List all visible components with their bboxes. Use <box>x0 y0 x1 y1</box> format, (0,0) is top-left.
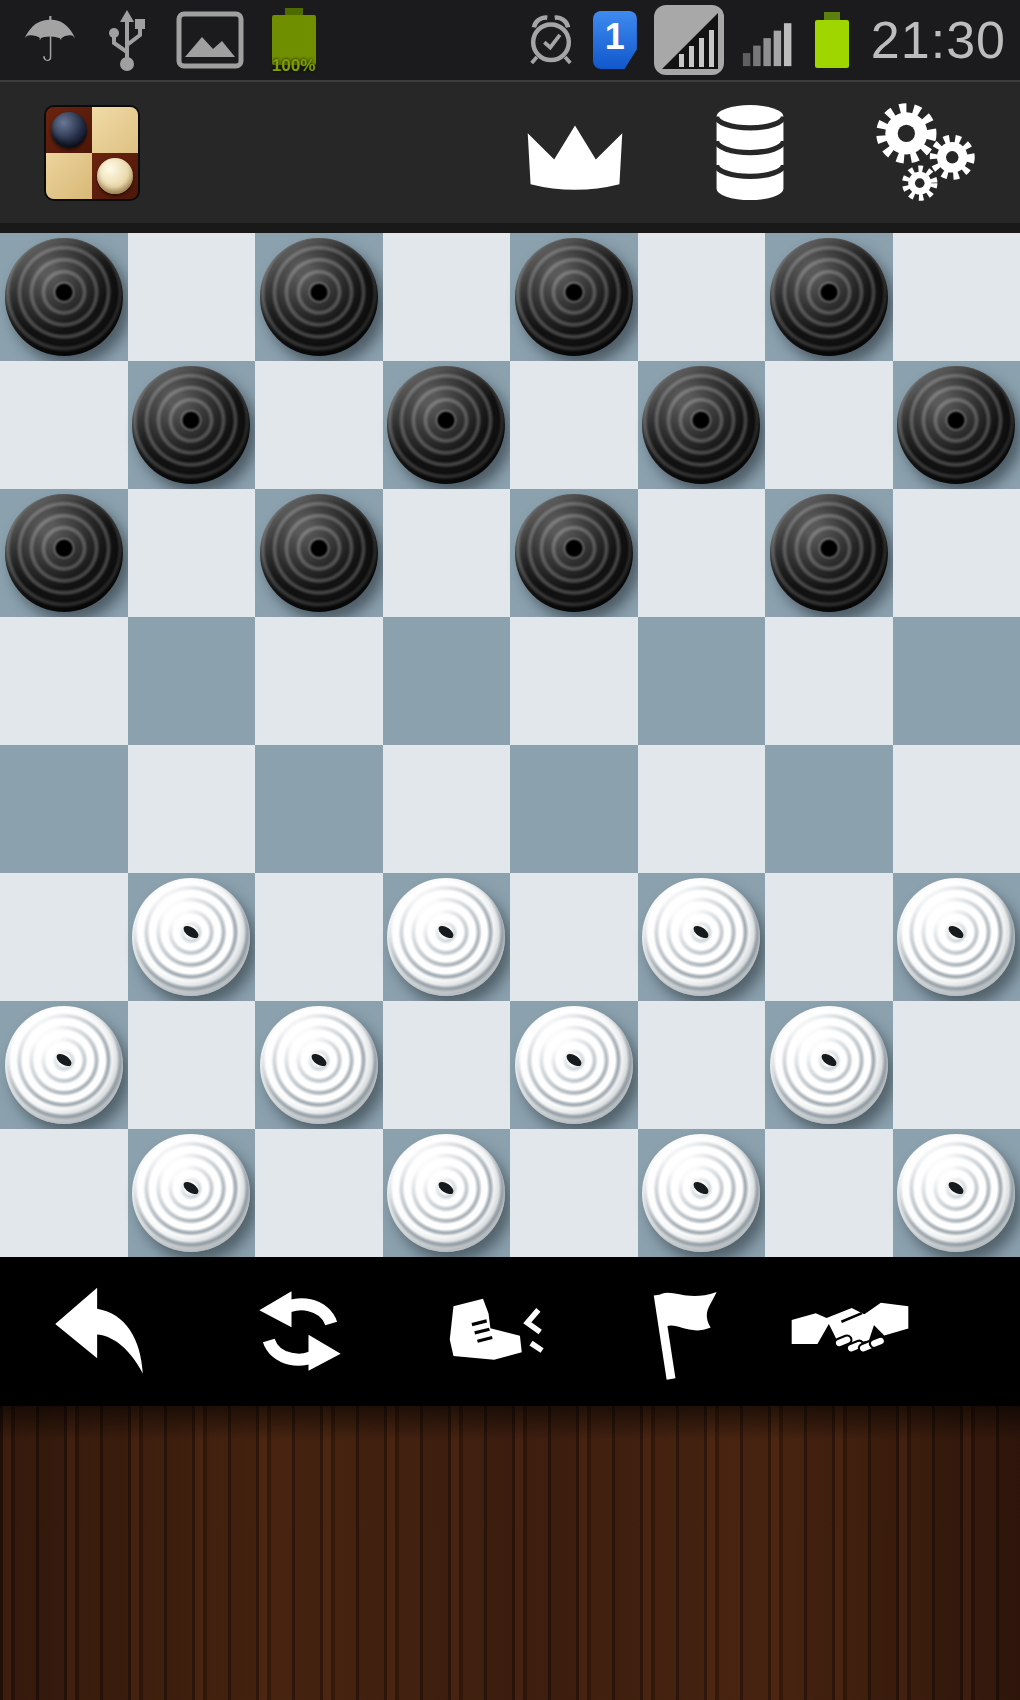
notification-badge-count: 1 <box>605 16 625 58</box>
usb-icon <box>104 8 150 72</box>
black-man-glyph: ⛂ <box>770 238 888 356</box>
offer-draw-button[interactable] <box>790 1272 910 1392</box>
new-game-button[interactable] <box>240 1272 360 1392</box>
white-piece[interactable]: ⛀ <box>770 1006 888 1124</box>
white-piece[interactable]: ⛀ <box>387 878 505 996</box>
flag-icon <box>625 1280 725 1384</box>
white-man-glyph: ⛀ <box>387 878 505 996</box>
board-square-r3c0[interactable] <box>0 617 128 745</box>
board-square-r0c5[interactable] <box>638 233 766 361</box>
black-man-glyph: ⛂ <box>5 238 123 356</box>
white-piece[interactable]: ⛀ <box>515 1006 633 1124</box>
board-square-r5c1[interactable]: ⛀ <box>128 873 256 1001</box>
kick-boot-icon <box>435 1284 555 1380</box>
undo-button[interactable] <box>40 1272 160 1392</box>
checkers-app-logo-icon[interactable] <box>44 105 140 201</box>
board-square-r1c7[interactable]: ⛂ <box>893 361 1020 489</box>
board-square-r5c7[interactable]: ⛀ <box>893 873 1020 1001</box>
board-square-r5c3[interactable]: ⛀ <box>383 873 511 1001</box>
board-square-r0c4[interactable]: ⛂ <box>510 233 638 361</box>
white-man-glyph: ⛀ <box>897 1134 1015 1252</box>
black-man-glyph: ⛂ <box>260 494 378 612</box>
board-square-r0c3[interactable] <box>383 233 511 361</box>
white-man-glyph: ⛀ <box>132 1134 250 1252</box>
black-man-glyph: ⛂ <box>5 494 123 612</box>
board-square-r5c4[interactable] <box>510 873 638 1001</box>
white-man-glyph: ⛀ <box>387 1134 505 1252</box>
board-square-r1c4[interactable] <box>510 361 638 489</box>
board-square-r3c5[interactable] <box>638 617 766 745</box>
black-man-glyph: ⛂ <box>515 494 633 612</box>
board-square-r2c7[interactable] <box>893 489 1020 617</box>
board-square-r3c7[interactable] <box>893 617 1020 745</box>
board-square-r2c0[interactable]: ⛂ <box>0 489 128 617</box>
board-square-r6c3[interactable] <box>383 1001 511 1129</box>
screen: ☂ 100% <box>0 0 1020 1700</box>
settings-button[interactable] <box>870 97 980 209</box>
white-piece[interactable]: ⛀ <box>642 1134 760 1252</box>
black-piece[interactable]: ⛂ <box>132 366 250 484</box>
white-piece[interactable]: ⛀ <box>642 878 760 996</box>
white-piece[interactable]: ⛀ <box>897 1134 1015 1252</box>
board-square-r7c7[interactable]: ⛀ <box>893 1129 1020 1257</box>
board-square-r6c7[interactable] <box>893 1001 1020 1129</box>
white-man-glyph: ⛀ <box>515 1006 633 1124</box>
white-piece[interactable]: ⛀ <box>132 1134 250 1252</box>
board-square-r0c6[interactable]: ⛂ <box>765 233 893 361</box>
crown-icon <box>523 110 627 196</box>
board-square-r4c7[interactable] <box>893 745 1020 873</box>
bottom-toolbar <box>0 1257 1020 1406</box>
battery-tip <box>285 8 303 15</box>
black-man-glyph: ⛂ <box>132 366 250 484</box>
board-square-r6c0[interactable]: ⛀ <box>0 1001 128 1129</box>
board-square-r2c2[interactable]: ⛂ <box>255 489 383 617</box>
board-square-r7c4[interactable] <box>510 1129 638 1257</box>
status-clock: 21:30 <box>871 10 1006 70</box>
board-square-r2c1[interactable] <box>128 489 256 617</box>
board-square-r0c1[interactable] <box>128 233 256 361</box>
board-square-r3c1[interactable] <box>128 617 256 745</box>
white-piece[interactable]: ⛀ <box>897 878 1015 996</box>
board-square-r2c5[interactable] <box>638 489 766 617</box>
board-square-r6c5[interactable] <box>638 1001 766 1129</box>
black-man-glyph: ⛂ <box>387 366 505 484</box>
white-man-glyph: ⛀ <box>260 1006 378 1124</box>
crown-button[interactable] <box>520 97 630 209</box>
board-square-r1c1[interactable]: ⛂ <box>128 361 256 489</box>
board-square-r3c4[interactable] <box>510 617 638 745</box>
black-piece[interactable]: ⛂ <box>897 366 1015 484</box>
battery-icon-body <box>815 20 849 68</box>
black-piece[interactable]: ⛂ <box>515 494 633 612</box>
board-square-r7c3[interactable]: ⛀ <box>383 1129 511 1257</box>
white-man-glyph: ⛀ <box>642 1134 760 1252</box>
black-piece[interactable]: ⛂ <box>515 238 633 356</box>
black-man-glyph: ⛂ <box>260 238 378 356</box>
board-square-r4c6[interactable] <box>765 745 893 873</box>
white-piece[interactable]: ⛀ <box>132 878 250 996</box>
board-square-r0c0[interactable]: ⛂ <box>0 233 128 361</box>
board-square-r5c5[interactable]: ⛀ <box>638 873 766 1001</box>
board-square-r6c1[interactable] <box>128 1001 256 1129</box>
board-square-r1c2[interactable] <box>255 361 383 489</box>
board: ⛂⛂⛂⛂⛂⛂⛂⛂⛂⛂⛂⛂⛀⛀⛀⛀⛀⛀⛀⛀⛀⛀⛀⛀ <box>0 233 1020 1257</box>
network-widget-icon <box>653 4 725 76</box>
board-square-r6c4[interactable]: ⛀ <box>510 1001 638 1129</box>
status-bar: ☂ 100% <box>0 0 1020 80</box>
board-square-r4c5[interactable] <box>638 745 766 873</box>
kick-button[interactable] <box>435 1272 555 1392</box>
white-piece[interactable]: ⛀ <box>260 1006 378 1124</box>
white-man-glyph: ⛀ <box>642 878 760 996</box>
battery-icon-tip <box>824 12 840 20</box>
board-square-r0c2[interactable]: ⛂ <box>255 233 383 361</box>
black-man-glyph: ⛂ <box>897 366 1015 484</box>
board-square-r2c6[interactable]: ⛂ <box>765 489 893 617</box>
board-square-r4c3[interactable] <box>383 745 511 873</box>
board-square-r3c6[interactable] <box>765 617 893 745</box>
board-square-r1c6[interactable] <box>765 361 893 489</box>
battery-icon <box>813 10 851 70</box>
stack-button[interactable] <box>695 97 805 209</box>
black-piece[interactable]: ⛂ <box>5 494 123 612</box>
white-man-glyph: ⛀ <box>132 878 250 996</box>
board-square-r7c1[interactable]: ⛀ <box>128 1129 256 1257</box>
handshake-icon <box>790 1288 910 1376</box>
black-piece[interactable]: ⛂ <box>260 238 378 356</box>
board-square-r3c2[interactable] <box>255 617 383 745</box>
white-man-glyph: ⛀ <box>897 878 1015 996</box>
board-square-r2c4[interactable]: ⛂ <box>510 489 638 617</box>
black-piece[interactable]: ⛂ <box>260 494 378 612</box>
board-square-r1c3[interactable]: ⛂ <box>383 361 511 489</box>
signal-strength-icon <box>741 10 797 70</box>
black-piece[interactable]: ⛂ <box>5 238 123 356</box>
board-square-r7c6[interactable] <box>765 1129 893 1257</box>
alarm-clock-icon <box>525 9 577 71</box>
white-man-glyph: ⛀ <box>770 1006 888 1124</box>
logo-square-dark <box>92 153 138 199</box>
status-bar-left: ☂ 100% <box>0 8 318 72</box>
logo-square-dark <box>46 107 92 153</box>
black-piece[interactable]: ⛂ <box>387 366 505 484</box>
board-square-r4c4[interactable] <box>510 745 638 873</box>
logo-white-piece <box>97 158 133 194</box>
logo-square-light <box>46 153 92 199</box>
logo-black-piece <box>51 112 87 148</box>
gallery-icon <box>176 11 244 69</box>
wood-background <box>0 1406 1020 1700</box>
logo-square-light <box>92 107 138 153</box>
board-square-r4c0[interactable] <box>0 745 128 873</box>
board-square-r7c5[interactable]: ⛀ <box>638 1129 766 1257</box>
black-man-glyph: ⛂ <box>770 494 888 612</box>
white-man-glyph: ⛀ <box>5 1006 123 1124</box>
app-toolbar <box>0 80 1020 233</box>
black-piece[interactable]: ⛂ <box>642 366 760 484</box>
black-piece[interactable]: ⛂ <box>770 494 888 612</box>
board-square-r7c2[interactable] <box>255 1129 383 1257</box>
black-man-glyph: ⛂ <box>642 366 760 484</box>
white-piece[interactable]: ⛀ <box>387 1134 505 1252</box>
board-square-r1c5[interactable]: ⛂ <box>638 361 766 489</box>
board-square-r0c7[interactable] <box>893 233 1020 361</box>
umbrella-icon: ☂ <box>22 10 78 70</box>
battery-with-percent-icon: 100% <box>270 8 318 72</box>
board-square-r6c2[interactable]: ⛀ <box>255 1001 383 1129</box>
board-square-r4c2[interactable] <box>255 745 383 873</box>
refresh-arrows-icon <box>248 1280 352 1384</box>
black-piece[interactable]: ⛂ <box>770 238 888 356</box>
resign-button[interactable] <box>615 1272 735 1392</box>
board-square-r7c0[interactable] <box>0 1129 128 1257</box>
black-man-glyph: ⛂ <box>515 238 633 356</box>
board-square-r2c3[interactable] <box>383 489 511 617</box>
board-square-r3c3[interactable] <box>383 617 511 745</box>
board-square-r5c6[interactable] <box>765 873 893 1001</box>
board-square-r1c0[interactable] <box>0 361 128 489</box>
white-piece[interactable]: ⛀ <box>5 1006 123 1124</box>
board-square-r5c0[interactable] <box>0 873 128 1001</box>
board-square-r5c2[interactable] <box>255 873 383 1001</box>
board-square-r6c6[interactable]: ⛀ <box>765 1001 893 1129</box>
undo-arrow-icon <box>45 1282 155 1382</box>
notification-badge: 1 <box>593 11 637 69</box>
gears-icon <box>870 101 980 205</box>
board-square-r4c1[interactable] <box>128 745 256 873</box>
battery-percent-label: 100% <box>270 56 318 76</box>
status-bar-right: 1 21:30 <box>525 4 1020 76</box>
database-stack-icon <box>706 101 794 205</box>
